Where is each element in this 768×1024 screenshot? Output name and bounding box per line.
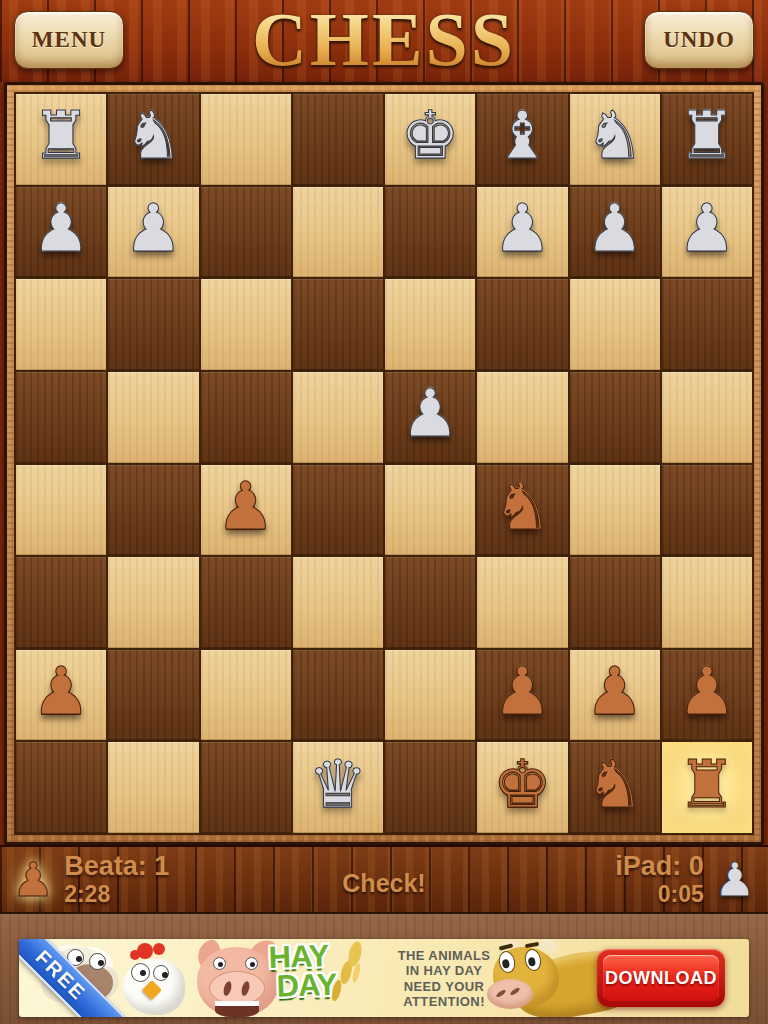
square-h6[interactable]: [662, 279, 752, 370]
status-message: Check!: [0, 869, 768, 898]
square-c7[interactable]: [201, 187, 291, 278]
square-h8[interactable]: ♜: [662, 94, 752, 185]
piece-silver-knight: ♞: [585, 103, 644, 169]
hayday-logo: HAYDAY: [242, 941, 356, 1002]
square-g4[interactable]: [570, 465, 660, 556]
square-d5[interactable]: [293, 372, 383, 463]
piece-silver-queen: ♛: [308, 752, 367, 818]
square-a1[interactable]: [16, 742, 106, 833]
piece-silver-pawn: ♟: [124, 196, 183, 262]
piece-silver-pawn: ♟: [32, 196, 91, 262]
square-e8[interactable]: ♚: [385, 94, 475, 185]
square-e3[interactable]: [385, 557, 475, 648]
ad-banner[interactable]: FREE HAYDAY: [19, 939, 749, 1017]
square-f5[interactable]: [477, 372, 567, 463]
square-f1[interactable]: ♚: [477, 742, 567, 833]
square-g2[interactable]: ♟: [570, 650, 660, 741]
square-b8[interactable]: ♞: [108, 94, 198, 185]
square-c5[interactable]: [201, 372, 291, 463]
square-b2[interactable]: [108, 650, 198, 741]
square-d6[interactable]: [293, 279, 383, 370]
square-f2[interactable]: ♟: [477, 650, 567, 741]
ad-message: THE ANIMALS IN HAY DAY NEED YOUR ATTENTI…: [379, 948, 509, 1009]
square-d7[interactable]: [293, 187, 383, 278]
square-g8[interactable]: ♞: [570, 94, 660, 185]
square-f4[interactable]: ♞: [477, 465, 567, 556]
square-c4[interactable]: ♟: [201, 465, 291, 556]
board-frame: ♜♞♚♝♞♜♟♟♟♟♟♟♟♞♟♟♟♟♛♚♞♜: [4, 82, 764, 845]
square-c3[interactable]: [201, 557, 291, 648]
bottom-strip: FREE HAYDAY: [0, 912, 768, 1024]
square-c2[interactable]: [201, 650, 291, 741]
square-a4[interactable]: [16, 465, 106, 556]
piece-copper-knight: ♞: [585, 752, 644, 818]
square-a3[interactable]: [16, 557, 106, 648]
square-b6[interactable]: [108, 279, 198, 370]
square-d2[interactable]: [293, 650, 383, 741]
chess-app: CHESS MENU UNDO ♜♞♚♝♞♜♟♟♟♟♟♟♟♞♟♟♟♟♛♚♞♜ ♟…: [0, 0, 768, 1024]
square-f7[interactable]: ♟: [477, 187, 567, 278]
square-f3[interactable]: [477, 557, 567, 648]
piece-copper-pawn: ♟: [493, 659, 552, 725]
piece-copper-knight: ♞: [493, 474, 552, 540]
square-b7[interactable]: ♟: [108, 187, 198, 278]
square-g3[interactable]: [570, 557, 660, 648]
chicken-icon: [119, 943, 193, 1015]
square-g7[interactable]: ♟: [570, 187, 660, 278]
square-g5[interactable]: [570, 372, 660, 463]
piece-copper-pawn: ♟: [32, 659, 91, 725]
square-d8[interactable]: [293, 94, 383, 185]
menu-button[interactable]: MENU: [14, 11, 124, 69]
piece-copper-king: ♚: [493, 752, 552, 818]
piece-silver-king: ♚: [401, 103, 460, 169]
square-d4[interactable]: [293, 465, 383, 556]
piece-copper-pawn: ♟: [677, 659, 736, 725]
piece-silver-bishop: ♝: [493, 103, 552, 169]
square-h1[interactable]: ♜: [662, 742, 752, 833]
chess-board: ♜♞♚♝♞♜♟♟♟♟♟♟♟♞♟♟♟♟♛♚♞♜: [14, 92, 754, 835]
square-b3[interactable]: [108, 557, 198, 648]
square-f8[interactable]: ♝: [477, 94, 567, 185]
piece-copper-pawn: ♟: [585, 659, 644, 725]
download-button-label: DOWNLOAD: [603, 955, 719, 1001]
square-h7[interactable]: ♟: [662, 187, 752, 278]
download-button[interactable]: DOWNLOAD: [597, 949, 725, 1007]
square-c6[interactable]: [201, 279, 291, 370]
square-d3[interactable]: [293, 557, 383, 648]
square-b5[interactable]: [108, 372, 198, 463]
square-e1[interactable]: [385, 742, 475, 833]
square-h5[interactable]: [662, 372, 752, 463]
square-c8[interactable]: [201, 94, 291, 185]
square-e7[interactable]: [385, 187, 475, 278]
square-e2[interactable]: [385, 650, 475, 741]
square-a8[interactable]: ♜: [16, 94, 106, 185]
piece-silver-pawn: ♟: [585, 196, 644, 262]
square-e4[interactable]: [385, 465, 475, 556]
piece-silver-pawn: ♟: [677, 196, 736, 262]
square-e6[interactable]: [385, 279, 475, 370]
square-h4[interactable]: [662, 465, 752, 556]
status-bar: ♟ Beata: 1 2:28 Check! iPad: 0 0:05 ♟: [0, 845, 768, 912]
piece-silver-rook: ♜: [677, 103, 736, 169]
square-b1[interactable]: [108, 742, 198, 833]
top-bar: CHESS MENU UNDO: [0, 0, 768, 82]
square-a6[interactable]: [16, 279, 106, 370]
square-a2[interactable]: ♟: [16, 650, 106, 741]
square-a7[interactable]: ♟: [16, 187, 106, 278]
piece-silver-pawn: ♟: [493, 196, 552, 262]
piece-silver-rook: ♜: [32, 103, 91, 169]
piece-copper-pawn: ♟: [216, 474, 275, 540]
square-h3[interactable]: [662, 557, 752, 648]
undo-button[interactable]: UNDO: [644, 11, 754, 69]
square-d1[interactable]: ♛: [293, 742, 383, 833]
piece-copper-rook: ♜: [677, 752, 736, 818]
square-h2[interactable]: ♟: [662, 650, 752, 741]
square-g6[interactable]: [570, 279, 660, 370]
piece-silver-knight: ♞: [124, 103, 183, 169]
square-c1[interactable]: [201, 742, 291, 833]
square-e5[interactable]: ♟: [385, 372, 475, 463]
square-g1[interactable]: ♞: [570, 742, 660, 833]
square-a5[interactable]: [16, 372, 106, 463]
piece-silver-pawn: ♟: [401, 381, 460, 447]
square-f6[interactable]: [477, 279, 567, 370]
square-b4[interactable]: [108, 465, 198, 556]
